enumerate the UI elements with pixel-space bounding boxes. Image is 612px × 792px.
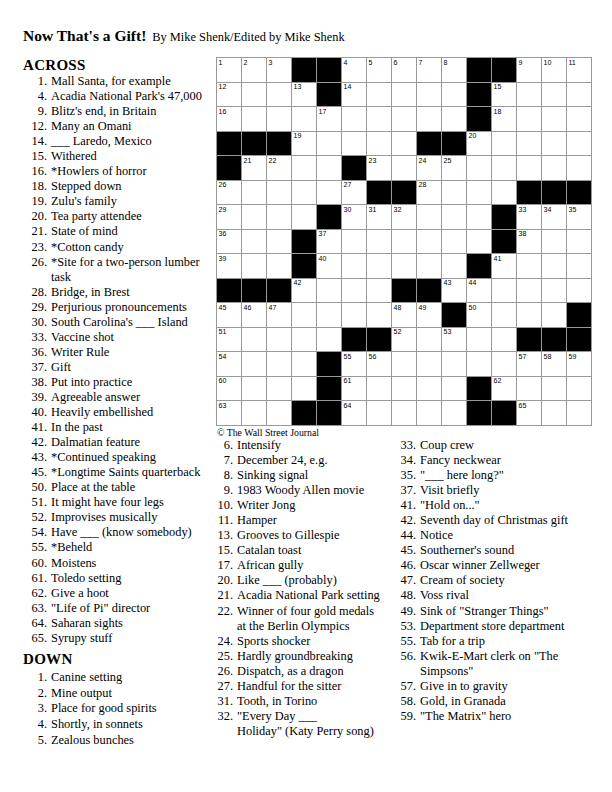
- cell-r15c13[interactable]: 65: [517, 401, 541, 425]
- clue-text: *Beheld: [47, 540, 92, 555]
- clue-number: 53.: [398, 619, 416, 634]
- clue-text: "The Matrix" hero: [416, 709, 511, 724]
- cell-r1c8[interactable]: 6: [392, 58, 416, 82]
- cell-r4c5[interactable]: [317, 132, 341, 156]
- title-row: Now That's a Gift! By Mike Shenk/Edited …: [23, 27, 345, 45]
- cell-r15c8[interactable]: [392, 401, 416, 425]
- cell-number: 51: [219, 328, 227, 336]
- cell-number: 28: [419, 181, 427, 189]
- cell-r7c13[interactable]: 33: [517, 205, 541, 229]
- across-clue-61: 61.Toledo setting: [23, 571, 202, 586]
- clue-number: 48.: [398, 588, 416, 603]
- cell-r15c6[interactable]: 64: [342, 401, 366, 425]
- cell-r7c14[interactable]: 34: [542, 205, 566, 229]
- cell-r3c9[interactable]: [417, 107, 441, 131]
- cell-r2c2[interactable]: [242, 83, 266, 107]
- clue-text: Tooth, in Torino: [233, 694, 317, 709]
- cell-r14c2[interactable]: [242, 377, 266, 401]
- down-clue-11: 11.Hamper: [212, 513, 380, 528]
- cell-r14c3[interactable]: [267, 377, 291, 401]
- across-clue-23: 23.*Cotton candy: [23, 240, 202, 255]
- cell-r6c9[interactable]: 28: [417, 181, 441, 205]
- clue-number: 23.: [23, 240, 47, 255]
- down-clue-31: 31.Tooth, in Torino: [212, 694, 380, 709]
- cell-r5c3[interactable]: 22: [267, 156, 291, 180]
- byline: By Mike Shenk/Edited by Mike Shenk: [152, 30, 344, 45]
- clue-number: 30.: [23, 315, 47, 330]
- cell-r3c4[interactable]: [292, 107, 316, 131]
- cell-r11c11[interactable]: 50: [467, 303, 491, 327]
- clue-number: 33.: [398, 438, 416, 453]
- across-clue-36: 36.Writer Rule: [23, 345, 202, 360]
- clue-text: *Longtime Saints quarterback: [47, 465, 200, 480]
- cell-r14c14[interactable]: [542, 377, 566, 401]
- cell-r8c5[interactable]: 37: [317, 230, 341, 254]
- black-cell-r1c12: [492, 58, 516, 82]
- cell-number: 31: [369, 206, 377, 214]
- cell-r7c1[interactable]: 29: [217, 205, 241, 229]
- clue-number: 43.: [23, 450, 47, 465]
- cell-r12c3[interactable]: [267, 328, 291, 352]
- down-clue-5: 5.Zealous bunches: [23, 733, 157, 749]
- across-clue-39: 39.Agreeable answer: [23, 390, 202, 405]
- clue-text: Winner of four gold medals at the Berlin…: [233, 604, 374, 634]
- clue-text: "Hold on...": [416, 498, 480, 513]
- cell-r2c12[interactable]: 15: [492, 83, 516, 107]
- cell-r2c9[interactable]: [417, 83, 441, 107]
- clue-text: Intensify: [233, 438, 281, 453]
- black-cell-r1c11: [467, 58, 491, 82]
- cell-r2c15[interactable]: [567, 83, 591, 107]
- cell-r5c9[interactable]: 24: [417, 156, 441, 180]
- cell-r6c3[interactable]: [267, 181, 291, 205]
- cell-r13c9[interactable]: [417, 352, 441, 376]
- cell-r13c6[interactable]: 55: [342, 352, 366, 376]
- cell-r6c5[interactable]: [317, 181, 341, 205]
- cell-r14c9[interactable]: [417, 377, 441, 401]
- clue-text: Gift: [47, 360, 71, 375]
- black-cell-r15c11: [467, 401, 491, 425]
- clue-number: 56.: [398, 649, 416, 679]
- clue-number: 47.: [398, 573, 416, 588]
- across-clue-21: 21.State of mind: [23, 224, 202, 239]
- cell-r5c2[interactable]: 21: [242, 156, 266, 180]
- cell-r8c8[interactable]: [392, 230, 416, 254]
- cell-r5c14[interactable]: [542, 156, 566, 180]
- down-clue-59: 59."The Matrix" hero: [398, 709, 568, 724]
- cell-r1c10[interactable]: 8: [442, 58, 466, 82]
- clue-number: 35.: [398, 468, 416, 483]
- across-clue-40: 40.Heavily embellished: [23, 405, 202, 420]
- cell-r11c7[interactable]: [367, 303, 391, 327]
- cell-r10c5[interactable]: [317, 279, 341, 303]
- cell-r4c13[interactable]: [517, 132, 541, 156]
- cell-number: 20: [469, 132, 477, 140]
- cell-r13c12[interactable]: [492, 352, 516, 376]
- cell-r9c6[interactable]: [342, 254, 366, 278]
- cell-number: 5: [369, 59, 373, 67]
- cell-r14c13[interactable]: [517, 377, 541, 401]
- cell-r9c12[interactable]: 41: [492, 254, 516, 278]
- cell-r1c6[interactable]: 4: [342, 58, 366, 82]
- cell-r2c8[interactable]: [392, 83, 416, 107]
- clue-text: Acadia National Park's 47,000: [47, 89, 202, 104]
- cell-r11c4[interactable]: [292, 303, 316, 327]
- cell-r8c10[interactable]: [442, 230, 466, 254]
- cell-r14c8[interactable]: [392, 377, 416, 401]
- cell-r14c6[interactable]: 61: [342, 377, 366, 401]
- cell-r9c10[interactable]: [442, 254, 466, 278]
- cell-r13c15[interactable]: 59: [567, 352, 591, 376]
- cell-r12c4[interactable]: [292, 328, 316, 352]
- cell-r15c7[interactable]: [367, 401, 391, 425]
- cell-r2c7[interactable]: [367, 83, 391, 107]
- cell-r3c3[interactable]: [267, 107, 291, 131]
- cell-number: 23: [369, 157, 377, 165]
- cell-r3c7[interactable]: [367, 107, 391, 131]
- across-clue-62: 62.Give a hoot: [23, 586, 202, 601]
- cell-r5c7[interactable]: 23: [367, 156, 391, 180]
- cell-r4c4[interactable]: 19: [292, 132, 316, 156]
- across-clue-41: 41.In the past: [23, 420, 202, 435]
- cell-r13c7[interactable]: 56: [367, 352, 391, 376]
- cell-r12c11[interactable]: [467, 328, 491, 352]
- cell-r13c3[interactable]: [267, 352, 291, 376]
- cell-r5c13[interactable]: [517, 156, 541, 180]
- cell-r15c2[interactable]: [242, 401, 266, 425]
- clue-number: 37.: [398, 483, 416, 498]
- cell-r14c12[interactable]: 62: [492, 377, 516, 401]
- cell-number: 27: [344, 181, 352, 189]
- cell-r1c1[interactable]: 1: [217, 58, 241, 82]
- cell-r4c15[interactable]: [567, 132, 591, 156]
- cell-r8c1[interactable]: 36: [217, 230, 241, 254]
- cell-r14c15[interactable]: [567, 377, 591, 401]
- cell-r12c2[interactable]: [242, 328, 266, 352]
- cell-r11c5[interactable]: [317, 303, 341, 327]
- cell-r3c14[interactable]: [542, 107, 566, 131]
- clue-text: Perjurious pronouncements: [47, 300, 187, 315]
- clue-text: Sinking signal: [233, 468, 308, 483]
- cell-r3c15[interactable]: [567, 107, 591, 131]
- clue-text: Syrupy stuff: [47, 631, 112, 646]
- cell-number: 57: [519, 353, 527, 361]
- clue-text: ___ Laredo, Mexico: [47, 134, 152, 149]
- cell-r3c13[interactable]: [517, 107, 541, 131]
- cell-r7c7[interactable]: 31: [367, 205, 391, 229]
- cell-number: 34: [544, 206, 552, 214]
- across-clue-45: 45.*Longtime Saints quarterback: [23, 465, 202, 480]
- cell-r9c13[interactable]: [517, 254, 541, 278]
- clue-number: 5.: [23, 733, 47, 749]
- cell-r12c9[interactable]: [417, 328, 441, 352]
- cell-number: 12: [219, 83, 227, 91]
- cell-number: 61: [344, 377, 352, 385]
- cell-r4c11[interactable]: 20: [467, 132, 491, 156]
- clue-number: 65.: [23, 631, 47, 646]
- cell-r1c9[interactable]: 7: [417, 58, 441, 82]
- cell-number: 13: [294, 83, 302, 91]
- cell-r1c2[interactable]: 2: [242, 58, 266, 82]
- cell-r13c10[interactable]: [442, 352, 466, 376]
- cell-number: 18: [494, 108, 502, 116]
- cell-r12c1[interactable]: 51: [217, 328, 241, 352]
- cell-r10c14[interactable]: [542, 279, 566, 303]
- cell-r13c14[interactable]: 58: [542, 352, 566, 376]
- black-cell-r6c13: [517, 181, 541, 205]
- cell-r2c13[interactable]: [517, 83, 541, 107]
- down-clue-6: 6.Intensify: [212, 438, 380, 453]
- down-clue-26: 26.Dispatch, as a dragon: [212, 664, 380, 679]
- down-clue-41: 41."Hold on...": [398, 498, 568, 513]
- cell-r11c13[interactable]: [517, 303, 541, 327]
- cell-number: 11: [569, 59, 576, 67]
- cell-r2c6[interactable]: 14: [342, 83, 366, 107]
- clue-number: 21.: [212, 588, 233, 603]
- cell-r5c12[interactable]: [492, 156, 516, 180]
- cell-r9c15[interactable]: [567, 254, 591, 278]
- cell-r9c3[interactable]: [267, 254, 291, 278]
- down-clue-list-3: 33.Coup crew34.Fancy neckwear35."___ her…: [398, 438, 568, 724]
- clue-text: Vaccine shot: [47, 330, 114, 345]
- clue-text: Withered: [47, 149, 97, 164]
- cell-r1c3[interactable]: 3: [267, 58, 291, 82]
- cell-r10c7[interactable]: [367, 279, 391, 303]
- cell-r11c12[interactable]: [492, 303, 516, 327]
- clue-number: 1.: [23, 670, 47, 686]
- cell-r12c5[interactable]: [317, 328, 341, 352]
- cell-r8c11[interactable]: [467, 230, 491, 254]
- cell-r9c2[interactable]: [242, 254, 266, 278]
- across-clue-38: 38.Put into practice: [23, 375, 202, 390]
- cell-r15c1[interactable]: 63: [217, 401, 241, 425]
- cell-r10c15[interactable]: [567, 279, 591, 303]
- cell-r3c10[interactable]: [442, 107, 466, 131]
- clue-number: 29.: [23, 300, 47, 315]
- cell-r9c1[interactable]: 39: [217, 254, 241, 278]
- clue-number: 19.: [23, 194, 47, 209]
- cell-r3c8[interactable]: [392, 107, 416, 131]
- cell-r9c8[interactable]: [392, 254, 416, 278]
- cell-r14c1[interactable]: 60: [217, 377, 241, 401]
- black-cell-r1c4: [292, 58, 316, 82]
- cell-r13c11[interactable]: [467, 352, 491, 376]
- across-clue-list: 1.Mall Santa, for example4.Acadia Nation…: [23, 74, 202, 646]
- cell-r11c8[interactable]: 48: [392, 303, 416, 327]
- cell-r10c4[interactable]: 42: [292, 279, 316, 303]
- cell-r8c2[interactable]: [242, 230, 266, 254]
- clue-number: 20.: [23, 209, 47, 224]
- cell-r8c14[interactable]: [542, 230, 566, 254]
- cell-r4c8[interactable]: [392, 132, 416, 156]
- cell-r14c10[interactable]: [442, 377, 466, 401]
- cell-number: 37: [319, 230, 327, 238]
- clue-text: Department store department: [416, 619, 565, 634]
- cell-r15c10[interactable]: [442, 401, 466, 425]
- cell-number: 65: [519, 402, 527, 410]
- cell-r7c3[interactable]: [267, 205, 291, 229]
- cell-r5c11[interactable]: [467, 156, 491, 180]
- cell-r1c14[interactable]: 10: [542, 58, 566, 82]
- cell-number: 43: [444, 279, 452, 287]
- down-clue-9: 9.1983 Woody Allen movie: [212, 483, 380, 498]
- cell-r13c13[interactable]: 57: [517, 352, 541, 376]
- clue-number: 16.: [23, 164, 47, 179]
- down-clue-37: 37.Visit briefly: [398, 483, 568, 498]
- cell-r7c2[interactable]: [242, 205, 266, 229]
- cell-r13c4[interactable]: [292, 352, 316, 376]
- cell-r10c10[interactable]: 43: [442, 279, 466, 303]
- cell-r15c3[interactable]: [267, 401, 291, 425]
- cell-r4c7[interactable]: [367, 132, 391, 156]
- clue-text: Tea party attendee: [47, 209, 142, 224]
- cell-r11c9[interactable]: 49: [417, 303, 441, 327]
- cell-r13c1[interactable]: 54: [217, 352, 241, 376]
- cell-r7c8[interactable]: 32: [392, 205, 416, 229]
- cell-r9c9[interactable]: [417, 254, 441, 278]
- cell-number: 41: [494, 255, 502, 263]
- black-cell-r8c4: [292, 230, 316, 254]
- clue-number: 60.: [23, 556, 47, 571]
- clue-text: It might have four legs: [47, 495, 164, 510]
- clue-number: 62.: [23, 586, 47, 601]
- cell-r10c13[interactable]: [517, 279, 541, 303]
- cell-r6c1[interactable]: 26: [217, 181, 241, 205]
- clue-number: 22.: [212, 604, 233, 634]
- cell-r7c10[interactable]: [442, 205, 466, 229]
- cell-r6c2[interactable]: [242, 181, 266, 205]
- cell-r9c14[interactable]: [542, 254, 566, 278]
- cell-r15c14[interactable]: [542, 401, 566, 425]
- cell-r4c12[interactable]: [492, 132, 516, 156]
- cell-r4c6[interactable]: [342, 132, 366, 156]
- black-cell-r5c6: [342, 156, 366, 180]
- cell-r5c8[interactable]: [392, 156, 416, 180]
- clue-text: *Howlers of horror: [47, 164, 147, 179]
- down-clue-48: 48.Voss rival: [398, 588, 568, 603]
- black-cell-r4c1: [217, 132, 241, 156]
- across-clue-18: 18.Stepped down: [23, 179, 202, 194]
- cell-r1c7[interactable]: 5: [367, 58, 391, 82]
- cell-r6c6[interactable]: 27: [342, 181, 366, 205]
- cell-r3c2[interactable]: [242, 107, 266, 131]
- black-cell-r12c15: [567, 328, 591, 352]
- clue-number: 14.: [23, 134, 47, 149]
- black-cell-r9c4: [292, 254, 316, 278]
- black-cell-r9c11: [467, 254, 491, 278]
- cell-r7c15[interactable]: 35: [567, 205, 591, 229]
- cell-r7c9[interactable]: [417, 205, 441, 229]
- cell-r12c10[interactable]: 53: [442, 328, 466, 352]
- black-cell-r14c11: [467, 377, 491, 401]
- black-cell-r1c5: [317, 58, 341, 82]
- cell-r7c6[interactable]: 30: [342, 205, 366, 229]
- clue-number: 4.: [23, 717, 47, 733]
- cell-r11c14[interactable]: [542, 303, 566, 327]
- down-clue-4: 4.Shortly, in sonnets: [23, 717, 157, 733]
- cell-r14c7[interactable]: [367, 377, 391, 401]
- cell-r6c10[interactable]: [442, 181, 466, 205]
- down-clue-24: 24.Sports shocker: [212, 634, 380, 649]
- cell-number: 15: [494, 83, 502, 91]
- cell-r6c11[interactable]: [467, 181, 491, 205]
- cell-r3c1[interactable]: 16: [217, 107, 241, 131]
- cell-r15c15[interactable]: [567, 401, 591, 425]
- cell-r11c2[interactable]: 46: [242, 303, 266, 327]
- cell-r3c5[interactable]: 17: [317, 107, 341, 131]
- cell-r4c14[interactable]: [542, 132, 566, 156]
- clue-number: 28.: [23, 285, 47, 300]
- cell-r8c6[interactable]: [342, 230, 366, 254]
- cell-r15c9[interactable]: [417, 401, 441, 425]
- cell-r8c13[interactable]: 38: [517, 230, 541, 254]
- cell-r3c6[interactable]: [342, 107, 366, 131]
- cell-r2c3[interactable]: [267, 83, 291, 107]
- cell-r9c5[interactable]: 40: [317, 254, 341, 278]
- cell-r5c4[interactable]: [292, 156, 316, 180]
- cell-r5c5[interactable]: [317, 156, 341, 180]
- clue-number: 34.: [398, 453, 416, 468]
- clue-number: 15.: [212, 543, 233, 558]
- cell-number: 8: [444, 59, 448, 67]
- cell-r2c1[interactable]: 12: [217, 83, 241, 107]
- clue-text: Hamper: [233, 513, 277, 528]
- cell-r6c12[interactable]: [492, 181, 516, 205]
- clue-text: Improvises musically: [47, 510, 157, 525]
- cell-r13c2[interactable]: [242, 352, 266, 376]
- cell-number: 54: [219, 353, 227, 361]
- cell-number: 53: [444, 328, 452, 336]
- cell-r5c10[interactable]: 25: [442, 156, 466, 180]
- clue-number: 26.: [23, 255, 47, 285]
- cell-r1c13[interactable]: 9: [517, 58, 541, 82]
- across-clue-9: 9.Blitz's end, in Britain: [23, 104, 202, 119]
- cell-r8c7[interactable]: [367, 230, 391, 254]
- cell-r1c15[interactable]: 11: [567, 58, 591, 82]
- cell-r8c3[interactable]: [267, 230, 291, 254]
- cell-r5c15[interactable]: [567, 156, 591, 180]
- cell-r10c12[interactable]: [492, 279, 516, 303]
- cell-r10c11[interactable]: 44: [467, 279, 491, 303]
- cell-r11c3[interactable]: 47: [267, 303, 291, 327]
- clue-text: Put into practice: [47, 375, 132, 390]
- cell-r11c6[interactable]: [342, 303, 366, 327]
- cell-number: 58: [544, 353, 552, 361]
- cell-r13c8[interactable]: [392, 352, 416, 376]
- down-clue-27: 27.Handful for the sitter: [212, 679, 380, 694]
- cell-r12c8[interactable]: 52: [392, 328, 416, 352]
- cell-r2c10[interactable]: [442, 83, 466, 107]
- black-cell-r12c6: [342, 328, 366, 352]
- cell-r2c14[interactable]: [542, 83, 566, 107]
- cell-r10c6[interactable]: [342, 279, 366, 303]
- cell-r9c7[interactable]: [367, 254, 391, 278]
- cell-r6c4[interactable]: [292, 181, 316, 205]
- cell-r14c4[interactable]: [292, 377, 316, 401]
- cell-r11c1[interactable]: 45: [217, 303, 241, 327]
- cell-r8c15[interactable]: [567, 230, 591, 254]
- cell-r7c4[interactable]: [292, 205, 316, 229]
- crossword-grid: 1234567891011121314151617181920212223242…: [216, 57, 592, 426]
- clue-text: Mine output: [47, 686, 112, 702]
- cell-r3c12[interactable]: 18: [492, 107, 516, 131]
- clue-number: 27.: [212, 679, 233, 694]
- cell-r12c12[interactable]: [492, 328, 516, 352]
- cell-r7c11[interactable]: [467, 205, 491, 229]
- clue-number: 7.: [212, 453, 233, 468]
- cell-r8c9[interactable]: [417, 230, 441, 254]
- cell-r2c4[interactable]: 13: [292, 83, 316, 107]
